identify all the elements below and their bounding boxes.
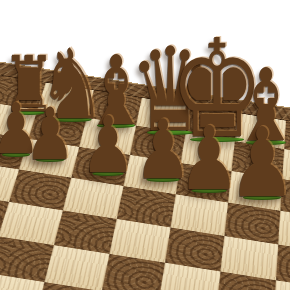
piece-pawn-c2[interactable]: ♟ — [81, 106, 136, 184]
chess-set-photo: ♜♞♝♛♚♝♟♟♟♟♟♟ — [0, 0, 290, 290]
square-g6[interactable] — [274, 280, 290, 290]
piece-pawn-b2[interactable]: ♟ — [25, 98, 75, 170]
piece-pawn-f2[interactable]: ♟ — [228, 115, 290, 211]
